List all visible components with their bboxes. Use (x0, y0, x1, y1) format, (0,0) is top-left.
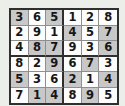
cell-r2c1[interactable]: 2 (11, 26, 29, 42)
cell-r5c5[interactable]: 1 (82, 72, 100, 88)
cell-r1c5[interactable]: 2 (82, 10, 100, 26)
cell-r3c5[interactable]: 3 (82, 41, 100, 57)
cell-r6c6[interactable]: 5 (99, 88, 117, 104)
cell-r4c6[interactable]: 3 (99, 57, 117, 73)
cell-r4c5[interactable]: 7 (82, 57, 100, 73)
cell-r6c4[interactable]: 8 (64, 88, 82, 104)
cell-r1c3[interactable]: 5 (46, 10, 64, 26)
cell-r5c6[interactable]: 4 (99, 72, 117, 88)
cell-r6c1[interactable]: 7 (11, 88, 29, 104)
cell-r4c4[interactable]: 6 (64, 57, 82, 73)
cell-r2c6[interactable]: 7 (99, 26, 117, 42)
cell-r3c4[interactable]: 9 (64, 41, 82, 57)
cell-r4c1[interactable]: 8 (11, 57, 29, 73)
cell-r2c3[interactable]: 1 (46, 26, 64, 42)
cell-r3c3[interactable]: 7 (46, 41, 64, 57)
cell-r1c1[interactable]: 3 (11, 10, 29, 26)
cell-r2c4[interactable]: 4 (64, 26, 82, 42)
cell-r5c4[interactable]: 2 (64, 72, 82, 88)
puzzle-board: 365128291457487936829673536214714895 (9, 8, 119, 105)
cell-r5c1[interactable]: 5 (11, 72, 29, 88)
cell-r2c5[interactable]: 5 (82, 26, 100, 42)
cell-r3c6[interactable]: 6 (99, 41, 117, 57)
cell-r1c2[interactable]: 6 (29, 10, 47, 26)
cell-r3c2[interactable]: 8 (29, 41, 47, 57)
cell-r6c2[interactable]: 1 (29, 88, 47, 104)
cell-r3c1[interactable]: 4 (11, 41, 29, 57)
cell-r4c3[interactable]: 9 (46, 57, 64, 73)
cell-r6c5[interactable]: 9 (82, 88, 100, 104)
cell-r4c2[interactable]: 2 (29, 57, 47, 73)
cell-r2c2[interactable]: 9 (29, 26, 47, 42)
cell-r1c6[interactable]: 8 (99, 10, 117, 26)
cell-r1c4[interactable]: 1 (64, 10, 82, 26)
cell-r6c3[interactable]: 4 (46, 88, 64, 104)
cell-r5c2[interactable]: 3 (29, 72, 47, 88)
cell-r5c3[interactable]: 6 (46, 72, 64, 88)
